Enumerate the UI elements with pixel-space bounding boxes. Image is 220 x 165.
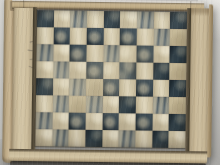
board-square[interactable] [36, 44, 53, 61]
board-square[interactable] [35, 129, 52, 146]
board-square[interactable] [169, 80, 186, 97]
board-square[interactable] [86, 113, 103, 130]
board-square[interactable] [52, 95, 69, 112]
board-square[interactable] [170, 12, 187, 29]
board-photo [0, 0, 220, 165]
board-square[interactable] [169, 97, 186, 114]
board-square[interactable] [153, 80, 170, 97]
board-square[interactable] [152, 131, 169, 148]
board-square[interactable] [86, 62, 103, 79]
board-square[interactable] [70, 62, 87, 79]
board-square[interactable] [36, 95, 53, 112]
board-square[interactable] [86, 96, 103, 113]
board-square[interactable] [170, 29, 187, 46]
board-square[interactable] [136, 79, 153, 96]
board-square[interactable] [137, 11, 154, 28]
board-square[interactable] [119, 96, 136, 113]
board-square[interactable] [52, 112, 69, 129]
board-square[interactable] [119, 130, 136, 147]
board-square[interactable] [153, 46, 170, 63]
board-square[interactable] [120, 11, 137, 28]
board-square[interactable] [37, 10, 54, 27]
board-square[interactable] [154, 12, 171, 29]
game-board-tray [2, 0, 214, 165]
board-square[interactable] [135, 130, 152, 147]
board-square[interactable] [70, 45, 87, 62]
board-square[interactable] [102, 113, 119, 130]
board-square[interactable] [70, 11, 87, 28]
frame-right-edge [207, 4, 213, 157]
board-square[interactable] [170, 63, 187, 80]
board-square[interactable] [169, 131, 186, 148]
board-square[interactable] [103, 45, 120, 62]
board-square[interactable] [169, 114, 186, 131]
board-square[interactable] [69, 130, 86, 147]
checkerboard [35, 10, 187, 148]
board-square[interactable] [152, 114, 169, 131]
board-square[interactable] [53, 27, 70, 44]
board-square[interactable] [69, 79, 86, 96]
board-square[interactable] [120, 45, 137, 62]
board-square[interactable] [153, 63, 170, 80]
board-square[interactable] [69, 96, 86, 113]
board-square[interactable] [103, 62, 120, 79]
board-square[interactable] [104, 11, 121, 28]
board-square[interactable] [87, 11, 104, 28]
board-square[interactable] [153, 29, 170, 46]
board-square[interactable] [152, 97, 169, 114]
board-square[interactable] [136, 96, 153, 113]
board-square[interactable] [119, 79, 136, 96]
board-square[interactable] [136, 45, 153, 62]
board-square[interactable] [103, 79, 120, 96]
board-square[interactable] [120, 28, 137, 45]
board-square[interactable] [102, 130, 119, 147]
board-square[interactable] [136, 113, 153, 130]
board-square[interactable] [120, 62, 137, 79]
board-square[interactable] [102, 96, 119, 113]
board-square[interactable] [52, 129, 69, 146]
board-square[interactable] [85, 130, 102, 147]
left-tray-rail [12, 8, 33, 149]
board-square[interactable] [103, 28, 120, 45]
board-square[interactable] [53, 44, 70, 61]
board-square[interactable] [119, 113, 136, 130]
board-square[interactable] [170, 46, 187, 63]
board-square[interactable] [69, 113, 86, 130]
board-square[interactable] [37, 27, 54, 44]
board-square[interactable] [36, 78, 53, 95]
board-square[interactable] [86, 45, 103, 62]
board-square[interactable] [53, 61, 70, 78]
board-square[interactable] [86, 79, 103, 96]
board-square[interactable] [136, 62, 153, 79]
board-square[interactable] [137, 28, 154, 45]
board-square[interactable] [70, 28, 87, 45]
board-square[interactable] [87, 28, 104, 45]
board-square[interactable] [53, 78, 70, 95]
board-square[interactable] [54, 10, 71, 27]
board-square[interactable] [36, 112, 53, 129]
board-square[interactable] [36, 61, 53, 78]
